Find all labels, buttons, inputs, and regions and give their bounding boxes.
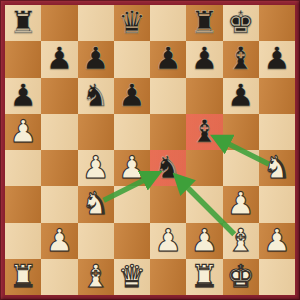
piece-black-pawn-e7[interactable]: ♟: [150, 40, 186, 76]
square-e5[interactable]: [150, 114, 186, 150]
square-d8[interactable]: ♛: [114, 5, 150, 41]
chess-app: ♜♛♜♚♟♟♟♟♝♟♟♞♟♟♟♝♟♟♞♞♞♟♟♟♟♝♟♜♝♛♜♚: [0, 0, 300, 300]
square-h8[interactable]: [259, 5, 295, 41]
square-g5[interactable]: [223, 114, 259, 150]
square-a3[interactable]: [5, 186, 41, 222]
piece-black-pawn-b7[interactable]: ♟: [41, 40, 77, 76]
piece-black-rook-f8[interactable]: ♜: [186, 4, 222, 40]
piece-black-king-g8[interactable]: ♚: [223, 4, 259, 40]
square-d4[interactable]: ♟: [114, 150, 150, 186]
square-h7[interactable]: ♟: [259, 41, 295, 77]
square-c4[interactable]: ♟: [78, 150, 114, 186]
square-f7[interactable]: ♟: [186, 41, 222, 77]
square-b3[interactable]: [41, 186, 77, 222]
square-a5[interactable]: ♟: [5, 114, 41, 150]
square-e1[interactable]: [150, 259, 186, 295]
piece-black-bishop-g7[interactable]: ♝: [223, 40, 259, 76]
piece-black-knight-c6[interactable]: ♞: [78, 77, 114, 113]
piece-black-pawn-a6[interactable]: ♟: [5, 77, 41, 113]
piece-black-queen-d8[interactable]: ♛: [114, 4, 150, 40]
square-c6[interactable]: ♞: [78, 78, 114, 114]
square-d6[interactable]: ♟: [114, 78, 150, 114]
square-h4[interactable]: ♞: [259, 150, 295, 186]
square-f6[interactable]: [186, 78, 222, 114]
piece-white-queen-d1[interactable]: ♛: [114, 258, 150, 294]
square-e3[interactable]: [150, 186, 186, 222]
piece-black-pawn-g6[interactable]: ♟: [223, 77, 259, 113]
piece-white-knight-h4[interactable]: ♞: [259, 149, 295, 185]
square-g6[interactable]: ♟: [223, 78, 259, 114]
square-h6[interactable]: [259, 78, 295, 114]
square-h2[interactable]: ♟: [259, 223, 295, 259]
square-d2[interactable]: [114, 223, 150, 259]
square-d1[interactable]: ♛: [114, 259, 150, 295]
piece-white-rook-a1[interactable]: ♜: [5, 258, 41, 294]
square-h1[interactable]: [259, 259, 295, 295]
piece-white-knight-c3[interactable]: ♞: [78, 185, 114, 221]
square-g7[interactable]: ♝: [223, 41, 259, 77]
piece-black-pawn-f7[interactable]: ♟: [186, 40, 222, 76]
square-g4[interactable]: [223, 150, 259, 186]
square-f4[interactable]: [186, 150, 222, 186]
piece-white-pawn-e2[interactable]: ♟: [150, 222, 186, 258]
square-a1[interactable]: ♜: [5, 259, 41, 295]
piece-white-pawn-b2[interactable]: ♟: [41, 222, 77, 258]
square-b2[interactable]: ♟: [41, 223, 77, 259]
square-c5[interactable]: [78, 114, 114, 150]
piece-white-pawn-c4[interactable]: ♟: [78, 149, 114, 185]
square-b7[interactable]: ♟: [41, 41, 77, 77]
square-f3[interactable]: [186, 186, 222, 222]
square-e7[interactable]: ♟: [150, 41, 186, 77]
square-c2[interactable]: [78, 223, 114, 259]
piece-black-rook-a8[interactable]: ♜: [5, 4, 41, 40]
square-a4[interactable]: [5, 150, 41, 186]
piece-white-pawn-f2[interactable]: ♟: [186, 222, 222, 258]
square-b6[interactable]: [41, 78, 77, 114]
square-a2[interactable]: [5, 223, 41, 259]
square-h5[interactable]: [259, 114, 295, 150]
piece-white-bishop-g2[interactable]: ♝: [223, 222, 259, 258]
square-d5[interactable]: [114, 114, 150, 150]
square-e2[interactable]: ♟: [150, 223, 186, 259]
square-a8[interactable]: ♜: [5, 5, 41, 41]
square-c1[interactable]: ♝: [78, 259, 114, 295]
square-b4[interactable]: [41, 150, 77, 186]
square-c3[interactable]: ♞: [78, 186, 114, 222]
chess-board: ♜♛♜♚♟♟♟♟♝♟♟♞♟♟♟♝♟♟♞♞♞♟♟♟♟♝♟♜♝♛♜♚: [5, 5, 295, 295]
square-g1[interactable]: ♚: [223, 259, 259, 295]
piece-white-pawn-g3[interactable]: ♟: [223, 185, 259, 221]
piece-white-pawn-a5[interactable]: ♟: [5, 113, 41, 149]
square-f2[interactable]: ♟: [186, 223, 222, 259]
piece-white-pawn-h2[interactable]: ♟: [259, 222, 295, 258]
square-c7[interactable]: ♟: [78, 41, 114, 77]
square-d3[interactable]: [114, 186, 150, 222]
piece-black-bishop-f5[interactable]: ♝: [186, 113, 222, 149]
square-e8[interactable]: [150, 5, 186, 41]
piece-white-king-g1[interactable]: ♚: [223, 258, 259, 294]
square-f8[interactable]: ♜: [186, 5, 222, 41]
square-d7[interactable]: [114, 41, 150, 77]
piece-white-rook-f1[interactable]: ♜: [186, 258, 222, 294]
square-b5[interactable]: [41, 114, 77, 150]
square-g3[interactable]: ♟: [223, 186, 259, 222]
square-e6[interactable]: [150, 78, 186, 114]
square-f1[interactable]: ♜: [186, 259, 222, 295]
square-f5[interactable]: ♝: [186, 114, 222, 150]
piece-white-bishop-c1[interactable]: ♝: [78, 258, 114, 294]
piece-black-pawn-h7[interactable]: ♟: [259, 40, 295, 76]
square-g8[interactable]: ♚: [223, 5, 259, 41]
piece-black-pawn-c7[interactable]: ♟: [78, 40, 114, 76]
square-e4[interactable]: ♞: [150, 150, 186, 186]
square-a7[interactable]: [5, 41, 41, 77]
square-a6[interactable]: ♟: [5, 78, 41, 114]
square-b8[interactable]: [41, 5, 77, 41]
square-h3[interactable]: [259, 186, 295, 222]
piece-white-pawn-d4[interactable]: ♟: [114, 149, 150, 185]
square-c8[interactable]: [78, 5, 114, 41]
piece-black-pawn-d6[interactable]: ♟: [114, 77, 150, 113]
square-b1[interactable]: [41, 259, 77, 295]
square-g2[interactable]: ♝: [223, 223, 259, 259]
piece-black-knight-e4[interactable]: ♞: [150, 149, 186, 185]
